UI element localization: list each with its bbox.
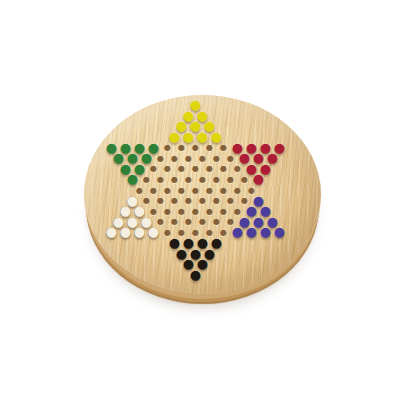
board-hole[interactable]: ● — [154, 154, 168, 165]
board-hole[interactable]: ● — [196, 175, 210, 186]
peg-white[interactable]: ● — [105, 226, 119, 237]
peg-white[interactable]: ● — [147, 226, 161, 237]
board-hole[interactable]: ● — [175, 207, 189, 218]
board-hole[interactable]: ● — [224, 196, 238, 207]
peg-white[interactable]: ● — [119, 226, 133, 237]
board-hole[interactable]: ● — [168, 175, 182, 186]
board-hole[interactable]: ● — [203, 143, 217, 154]
peg-green[interactable]: ● — [126, 174, 140, 185]
peg-black[interactable]: ● — [189, 269, 203, 280]
board-hole[interactable]: ● — [189, 186, 203, 197]
board-hole[interactable]: ● — [168, 154, 182, 165]
board-hole[interactable]: ● — [196, 217, 210, 228]
board-hole[interactable]: ● — [161, 186, 175, 197]
board-hole[interactable]: ● — [182, 154, 196, 165]
peg-yellow[interactable]: ● — [182, 131, 196, 142]
board-hole[interactable]: ● — [196, 154, 210, 165]
board-hole[interactable]: ● — [231, 164, 245, 175]
peg-yellow[interactable]: ● — [168, 131, 182, 142]
peg-purple[interactable]: ● — [245, 226, 259, 237]
board-hole[interactable]: ● — [210, 154, 224, 165]
board-hole[interactable]: ● — [175, 186, 189, 197]
chinese-checkers-board: ●●●●●●●●●●●●●●●●●●●●●●●●●●●●●●●●●●●●●●●●… — [84, 95, 321, 294]
board-hole[interactable]: ● — [217, 164, 231, 175]
board-hole[interactable]: ● — [182, 196, 196, 207]
board-hole[interactable]: ● — [210, 217, 224, 228]
board-hole[interactable]: ● — [217, 186, 231, 197]
peg-yellow[interactable]: ● — [196, 131, 210, 142]
board-hole[interactable]: ● — [175, 143, 189, 154]
peg-white[interactable]: ● — [133, 226, 147, 237]
board-hole[interactable]: ● — [189, 207, 203, 218]
product-photo-background: ●●●●●●●●●●●●●●●●●●●●●●●●●●●●●●●●●●●●●●●●… — [0, 0, 400, 400]
peg-purple[interactable]: ● — [231, 226, 245, 237]
board-hole[interactable]: ● — [203, 207, 217, 218]
board-hole[interactable]: ● — [231, 186, 245, 197]
board-hole[interactable]: ● — [161, 164, 175, 175]
board-hole[interactable]: ● — [210, 196, 224, 207]
board-hole[interactable]: ● — [196, 196, 210, 207]
board-hole[interactable]: ● — [175, 164, 189, 175]
board-hole[interactable]: ● — [161, 143, 175, 154]
board-hole[interactable]: ● — [168, 217, 182, 228]
board-hole[interactable]: ● — [168, 196, 182, 207]
board-hole[interactable]: ● — [203, 164, 217, 175]
board-hole[interactable]: ● — [147, 164, 161, 175]
peg-red[interactable]: ● — [252, 174, 266, 185]
board-hole[interactable]: ● — [217, 207, 231, 218]
board-hole[interactable]: ● — [224, 154, 238, 165]
board-hole[interactable]: ● — [238, 175, 252, 186]
peg-yellow[interactable]: ● — [210, 131, 224, 142]
board-hole[interactable]: ● — [182, 217, 196, 228]
board-hole[interactable]: ● — [147, 186, 161, 197]
board-hole[interactable]: ● — [161, 207, 175, 218]
peg-grid: ●●●●●●●●●●●●●●●●●●●●●●●●●●●●●●●●●●●●●●●●… — [105, 101, 294, 281]
board-hole[interactable]: ● — [140, 175, 154, 186]
board-hole[interactable]: ● — [154, 175, 168, 186]
peg-purple[interactable]: ● — [259, 226, 273, 237]
board-hole[interactable]: ● — [182, 175, 196, 186]
board-hole[interactable]: ● — [154, 196, 168, 207]
board-hole[interactable]: ● — [189, 143, 203, 154]
board-hole[interactable]: ● — [210, 175, 224, 186]
board-hole[interactable]: ● — [189, 164, 203, 175]
board-hole[interactable]: ● — [224, 175, 238, 186]
board-hole[interactable]: ● — [217, 143, 231, 154]
peg-purple[interactable]: ● — [273, 226, 287, 237]
board-hole[interactable]: ● — [203, 186, 217, 197]
